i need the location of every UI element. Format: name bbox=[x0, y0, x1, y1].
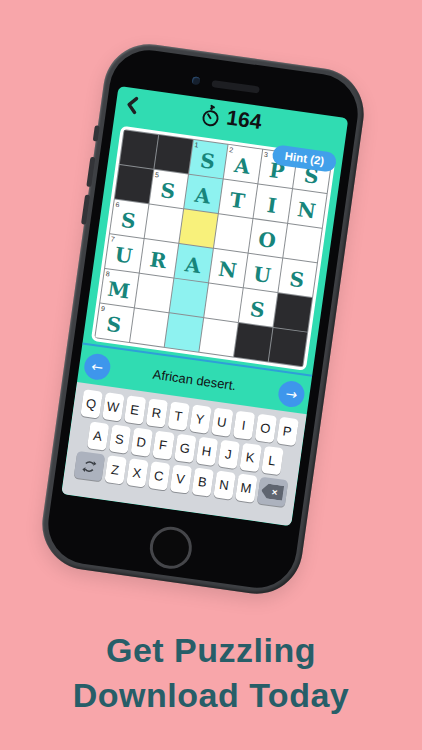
volume-up-button bbox=[86, 157, 95, 187]
grid-cell[interactable]: 6S bbox=[110, 199, 148, 237]
grid-cell[interactable] bbox=[134, 274, 172, 312]
block-cell bbox=[234, 323, 272, 361]
block-cell bbox=[114, 165, 152, 203]
key-z[interactable]: Z bbox=[104, 455, 127, 484]
grid-cell[interactable]: R bbox=[139, 239, 177, 277]
key-i[interactable]: I bbox=[232, 410, 255, 439]
grid-cell[interactable]: 7U bbox=[105, 234, 143, 272]
grid-cell[interactable]: 8M bbox=[100, 269, 138, 307]
phone-mockup: 164 Hint (2) 1S2A3P4S5SATIN6SO7URANUS8MS… bbox=[36, 38, 369, 599]
grid-cell[interactable]: 2A bbox=[223, 145, 261, 183]
key-n[interactable]: N bbox=[213, 470, 236, 499]
cell-letter: U bbox=[252, 260, 272, 285]
clue-number: 5 bbox=[155, 171, 160, 179]
grid-cell[interactable]: 1S bbox=[189, 140, 227, 178]
key-a[interactable]: A bbox=[86, 421, 109, 450]
volume-down-button bbox=[81, 194, 90, 224]
grid-cell[interactable]: U bbox=[243, 254, 281, 292]
grid-cell[interactable]: A bbox=[184, 175, 222, 213]
grid-cell[interactable]: T bbox=[218, 179, 256, 217]
key-q[interactable]: Q bbox=[80, 389, 103, 418]
key-u[interactable]: U bbox=[211, 407, 234, 436]
clue-text: African desert. bbox=[152, 366, 237, 393]
grid-cell[interactable]: S bbox=[278, 259, 316, 297]
key-j[interactable]: J bbox=[217, 440, 240, 469]
toggle-direction-key[interactable] bbox=[73, 451, 104, 482]
key-g[interactable]: G bbox=[174, 434, 197, 463]
grid-cell[interactable]: O bbox=[248, 219, 286, 257]
key-e[interactable]: E bbox=[123, 395, 146, 424]
key-s[interactable]: S bbox=[108, 424, 131, 453]
cell-letter: S bbox=[105, 310, 123, 335]
clue-number: 2 bbox=[229, 146, 234, 154]
key-r[interactable]: R bbox=[145, 398, 168, 427]
key-y[interactable]: Y bbox=[189, 404, 212, 433]
home-button[interactable] bbox=[147, 524, 194, 571]
cell-letter: N bbox=[217, 255, 238, 280]
refresh-icon bbox=[80, 457, 98, 475]
caption-line-1: Get Puzzling bbox=[0, 628, 422, 673]
clue-number: 9 bbox=[100, 305, 105, 313]
caption-line-2: Download Today bbox=[0, 673, 422, 718]
grid-cell[interactable] bbox=[130, 308, 168, 346]
cell-letter: M bbox=[106, 275, 131, 301]
stopwatch-icon bbox=[199, 102, 223, 128]
cell-letter: S bbox=[199, 147, 217, 172]
key-l[interactable]: L bbox=[261, 446, 284, 475]
key-h[interactable]: H bbox=[195, 437, 218, 466]
grid-cell[interactable]: N bbox=[288, 189, 326, 227]
cell-letter: A bbox=[184, 251, 203, 276]
block-cell bbox=[119, 130, 157, 168]
cell-letter: R bbox=[149, 246, 169, 271]
block-cell bbox=[154, 135, 192, 173]
next-clue-button[interactable]: → bbox=[277, 379, 306, 408]
marketing-caption: Get Puzzling Download Today bbox=[0, 628, 422, 718]
timer-value: 164 bbox=[225, 105, 263, 134]
grid-cell[interactable] bbox=[179, 209, 217, 247]
key-o[interactable]: O bbox=[254, 414, 277, 443]
grid-cell[interactable] bbox=[214, 214, 252, 252]
cell-letter: S bbox=[160, 177, 178, 202]
mute-switch bbox=[93, 125, 100, 142]
block-cell bbox=[273, 293, 311, 331]
grid-cell[interactable] bbox=[283, 224, 321, 262]
key-f[interactable]: F bbox=[152, 430, 175, 459]
block-cell bbox=[268, 328, 306, 366]
key-b[interactable]: B bbox=[191, 467, 214, 496]
grid-cell[interactable] bbox=[199, 318, 237, 356]
grid-cell[interactable]: A bbox=[174, 244, 212, 282]
cell-letter: T bbox=[229, 186, 247, 211]
grid-cell[interactable]: 9S bbox=[95, 303, 133, 341]
clue-number: 3 bbox=[263, 151, 268, 159]
grid-cell[interactable]: I bbox=[253, 184, 291, 222]
grid-cell[interactable]: S bbox=[238, 288, 276, 326]
cell-letter: A bbox=[233, 152, 252, 177]
cell-letter: I bbox=[266, 191, 278, 215]
key-p[interactable]: P bbox=[276, 417, 299, 446]
grid-cell[interactable] bbox=[169, 279, 207, 317]
cell-letter: S bbox=[288, 265, 306, 290]
clue-number: 1 bbox=[194, 141, 199, 149]
cell-letter: S bbox=[249, 295, 267, 320]
cell-letter: S bbox=[120, 206, 138, 231]
earpiece-speaker bbox=[211, 80, 260, 94]
crossword-app-screen: 164 Hint (2) 1S2A3P4S5SATIN6SO7URANUS8MS… bbox=[61, 86, 348, 526]
cell-letter: N bbox=[296, 196, 317, 221]
prev-clue-button[interactable]: ← bbox=[83, 352, 112, 381]
key-d[interactable]: D bbox=[130, 427, 153, 456]
front-camera bbox=[192, 76, 201, 85]
key-m[interactable]: M bbox=[235, 473, 258, 502]
backspace-key[interactable]: × bbox=[256, 476, 287, 507]
cell-letter: U bbox=[114, 241, 134, 266]
cell-letter: O bbox=[257, 226, 277, 251]
key-v[interactable]: V bbox=[169, 464, 192, 493]
phone-bezel: 164 Hint (2) 1S2A3P4S5SATIN6SO7URANUS8MS… bbox=[43, 45, 363, 593]
key-c[interactable]: C bbox=[147, 461, 170, 490]
key-t[interactable]: T bbox=[167, 401, 190, 430]
cell-letter: A bbox=[194, 181, 213, 206]
grid-cell[interactable] bbox=[164, 313, 202, 351]
grid-cell[interactable]: 5S bbox=[149, 170, 187, 208]
grid-cell[interactable]: N bbox=[209, 249, 247, 287]
clue-number: 7 bbox=[110, 235, 115, 243]
key-k[interactable]: K bbox=[239, 443, 262, 472]
key-x[interactable]: X bbox=[126, 458, 149, 487]
clue-number: 6 bbox=[115, 201, 120, 209]
grid-cell[interactable] bbox=[204, 283, 242, 321]
backspace-icon: × bbox=[260, 483, 284, 501]
grid-cell[interactable] bbox=[144, 204, 182, 242]
app-store-screenshot: 164 Hint (2) 1S2A3P4S5SATIN6SO7URANUS8MS… bbox=[0, 0, 422, 750]
key-w[interactable]: W bbox=[102, 392, 125, 421]
